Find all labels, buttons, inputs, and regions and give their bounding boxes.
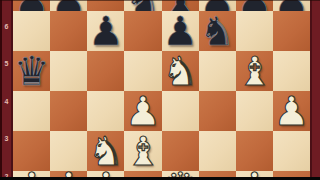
square-a7[interactable]: ♟: [13, 0, 50, 11]
square-a5[interactable]: ♛: [13, 51, 50, 91]
square-b5[interactable]: [50, 51, 87, 91]
square-h4[interactable]: ♟: [273, 91, 310, 131]
square-g6[interactable]: [236, 11, 273, 51]
square-f6[interactable]: ♞: [199, 11, 236, 51]
square-d6[interactable]: [124, 11, 161, 51]
square-c4[interactable]: [87, 91, 124, 131]
square-c6[interactable]: ♟: [87, 11, 124, 51]
square-e5[interactable]: ♞: [162, 51, 199, 91]
square-e6[interactable]: ♟: [162, 11, 199, 51]
rank-label-4: 4: [2, 98, 11, 105]
square-d7[interactable]: ♞: [124, 0, 161, 11]
top-frame-line: [0, 0, 320, 1]
square-f5[interactable]: [199, 51, 236, 91]
piece-black-pawn-c6[interactable]: ♟: [88, 11, 124, 51]
piece-white-pawn-d4[interactable]: ♟: [125, 91, 161, 131]
square-g7[interactable]: ♟: [236, 0, 273, 11]
square-h7[interactable]: ♟: [273, 0, 310, 11]
square-a6[interactable]: [13, 11, 50, 51]
square-d3[interactable]: ♝: [124, 131, 161, 171]
square-d4[interactable]: ♟: [124, 91, 161, 131]
piece-black-pawn-e6[interactable]: ♟: [162, 11, 198, 51]
square-d5[interactable]: [124, 51, 161, 91]
board-border-right: [310, 0, 320, 180]
piece-black-queen-a5[interactable]: ♛: [14, 51, 50, 91]
square-a4[interactable]: [13, 91, 50, 131]
rank-label-3: 3: [2, 135, 11, 142]
square-b7[interactable]: ♟: [50, 0, 87, 11]
square-e4[interactable]: [162, 91, 199, 131]
square-c5[interactable]: [87, 51, 124, 91]
chess-board: ♟♟♞♝♟♟♟♟♟♞♛♞♝♟♟♞♝♟♟♟♛♟: [13, 0, 310, 180]
piece-white-pawn-h4[interactable]: ♟: [274, 91, 310, 131]
piece-black-knight-f6[interactable]: ♞: [199, 11, 235, 51]
square-b4[interactable]: [50, 91, 87, 131]
piece-white-bishop-g5[interactable]: ♝: [236, 51, 272, 91]
piece-white-knight-e5[interactable]: ♞: [162, 51, 198, 91]
chess-board-screenshot: ♟♟♞♝♟♟♟♟♟♞♛♞♝♟♟♞♝♟♟♟♛♟ 65432: [0, 0, 320, 180]
square-h5[interactable]: [273, 51, 310, 91]
square-h3[interactable]: [273, 131, 310, 171]
rank-label-6: 6: [2, 23, 11, 30]
bottom-letterbox-bar: [0, 177, 320, 180]
rank-label-5: 5: [2, 60, 11, 67]
piece-white-bishop-d3[interactable]: ♝: [125, 131, 161, 171]
square-f4[interactable]: [199, 91, 236, 131]
square-g5[interactable]: ♝: [236, 51, 273, 91]
square-f3[interactable]: [199, 131, 236, 171]
square-g4[interactable]: [236, 91, 273, 131]
square-b6[interactable]: [50, 11, 87, 51]
square-h6[interactable]: [273, 11, 310, 51]
